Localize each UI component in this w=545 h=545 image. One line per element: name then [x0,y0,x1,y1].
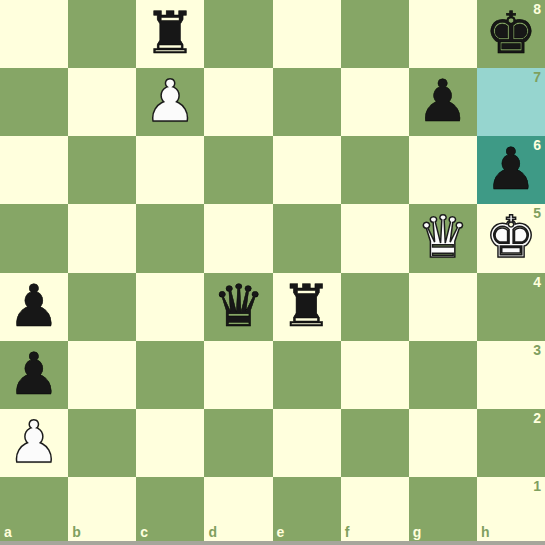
square-f5[interactable] [341,204,409,272]
white-queen[interactable]: ♛ [417,208,469,266]
square-g4[interactable] [409,273,477,341]
square-e6[interactable] [273,136,341,204]
rank-label-4: 4 [533,275,541,289]
square-h3[interactable]: 3 [477,341,545,409]
square-h8[interactable]: 8♚ [477,0,545,68]
square-f3[interactable] [341,341,409,409]
board-bottom-edge [0,541,545,545]
square-a8[interactable] [0,0,68,68]
square-c3[interactable] [136,341,204,409]
square-d2[interactable] [204,409,272,477]
black-king[interactable]: ♚ [485,4,537,62]
file-label-g: g [413,525,422,539]
square-h2[interactable]: 2 [477,409,545,477]
square-a7[interactable] [0,68,68,136]
square-e8[interactable] [273,0,341,68]
square-a5[interactable] [0,204,68,272]
square-h1[interactable]: 1h [477,477,545,545]
square-d7[interactable] [204,68,272,136]
square-b4[interactable] [68,273,136,341]
black-pawn[interactable]: ♟ [8,345,60,403]
square-e5[interactable] [273,204,341,272]
square-f7[interactable] [341,68,409,136]
file-label-a: a [4,525,12,539]
square-d4[interactable]: ♛ [204,273,272,341]
square-c5[interactable] [136,204,204,272]
square-c6[interactable] [136,136,204,204]
square-a6[interactable] [0,136,68,204]
file-label-f: f [345,525,350,539]
black-pawn[interactable]: ♟ [8,277,60,335]
square-h7[interactable]: 7 [477,68,545,136]
rank-label-2: 2 [533,411,541,425]
square-e1[interactable]: e [273,477,341,545]
white-king[interactable]: ♚ [485,208,537,266]
square-c4[interactable] [136,273,204,341]
black-rook[interactable]: ♜ [144,4,196,62]
square-d3[interactable] [204,341,272,409]
black-pawn[interactable]: ♟ [485,140,537,198]
square-g7[interactable]: ♟ [409,68,477,136]
square-e3[interactable] [273,341,341,409]
square-b1[interactable]: b [68,477,136,545]
square-f8[interactable] [341,0,409,68]
rank-label-1: 1 [533,479,541,493]
square-e2[interactable] [273,409,341,477]
square-a4[interactable]: ♟ [0,273,68,341]
square-g3[interactable] [409,341,477,409]
square-a3[interactable]: ♟ [0,341,68,409]
square-b6[interactable] [68,136,136,204]
file-label-h: h [481,525,490,539]
square-c7[interactable]: ♟ [136,68,204,136]
square-g8[interactable] [409,0,477,68]
square-d1[interactable]: d [204,477,272,545]
black-pawn[interactable]: ♟ [417,72,469,130]
square-h6[interactable]: 6♟ [477,136,545,204]
square-f2[interactable] [341,409,409,477]
black-rook[interactable]: ♜ [281,277,333,335]
square-c8[interactable]: ♜ [136,0,204,68]
square-d6[interactable] [204,136,272,204]
square-b7[interactable] [68,68,136,136]
square-g5[interactable]: ♛ [409,204,477,272]
chess-board: ♜8♚♟♟76♟♛5♚♟♛♜4♟3♟2abcdefg1h [0,0,545,545]
square-a1[interactable]: a [0,477,68,545]
square-a2[interactable]: ♟ [0,409,68,477]
white-pawn[interactable]: ♟ [8,413,60,471]
square-c2[interactable] [136,409,204,477]
file-label-c: c [140,525,148,539]
file-label-b: b [72,525,81,539]
square-d8[interactable] [204,0,272,68]
white-pawn[interactable]: ♟ [144,72,196,130]
square-g2[interactable] [409,409,477,477]
square-g6[interactable] [409,136,477,204]
square-f6[interactable] [341,136,409,204]
square-h4[interactable]: 4 [477,273,545,341]
square-h5[interactable]: 5♚ [477,204,545,272]
square-e4[interactable]: ♜ [273,273,341,341]
square-b3[interactable] [68,341,136,409]
square-b2[interactable] [68,409,136,477]
square-f4[interactable] [341,273,409,341]
rank-label-7: 7 [533,70,541,84]
square-d5[interactable] [204,204,272,272]
square-e7[interactable] [273,68,341,136]
file-label-e: e [277,525,285,539]
square-b5[interactable] [68,204,136,272]
square-g1[interactable]: g [409,477,477,545]
black-queen[interactable]: ♛ [212,277,264,335]
square-f1[interactable]: f [341,477,409,545]
square-c1[interactable]: c [136,477,204,545]
square-b8[interactable] [68,0,136,68]
rank-label-3: 3 [533,343,541,357]
file-label-d: d [208,525,217,539]
